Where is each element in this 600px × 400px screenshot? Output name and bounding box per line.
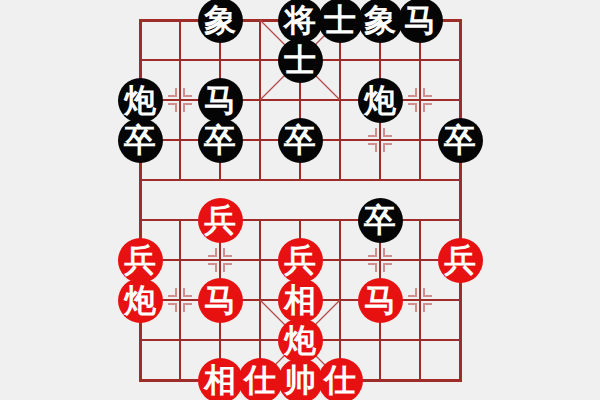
piece-black-elephant[interactable]: 象	[358, 0, 403, 43]
piece-red-advisor[interactable]: 仕	[238, 358, 283, 400]
piece-black-advisor[interactable]: 士	[318, 0, 363, 43]
piece-black-soldier[interactable]: 卒	[198, 118, 243, 163]
piece-red-horse[interactable]: 马	[358, 278, 403, 323]
piece-black-soldier[interactable]: 卒	[118, 118, 163, 163]
xiangqi-board[interactable]: 象将士象马士炮马炮卒卒卒卒卒兵兵兵兵炮马相马炮相仕帅仕	[120, 0, 480, 400]
piece-black-general[interactable]: 将	[278, 0, 323, 43]
piece-red-soldier[interactable]: 兵	[278, 238, 323, 283]
piece-red-soldier[interactable]: 兵	[118, 238, 163, 283]
piece-red-soldier[interactable]: 兵	[198, 198, 243, 243]
piece-black-cannon[interactable]: 炮	[358, 78, 403, 123]
piece-red-cannon[interactable]: 炮	[278, 318, 323, 363]
piece-red-elephant[interactable]: 相	[198, 358, 243, 400]
piece-black-horse[interactable]: 马	[198, 78, 243, 123]
piece-red-soldier[interactable]: 兵	[438, 238, 483, 283]
piece-red-advisor[interactable]: 仕	[318, 358, 363, 400]
piece-red-cannon[interactable]: 炮	[118, 278, 163, 323]
piece-red-horse[interactable]: 马	[198, 278, 243, 323]
piece-black-soldier[interactable]: 卒	[438, 118, 483, 163]
piece-black-advisor[interactable]: 士	[278, 38, 323, 83]
piece-red-elephant[interactable]: 相	[278, 278, 323, 323]
piece-red-general[interactable]: 帅	[278, 358, 323, 400]
piece-black-cannon[interactable]: 炮	[118, 78, 163, 123]
piece-black-soldier[interactable]: 卒	[358, 198, 403, 243]
xiangqi-app: 象将士象马士炮马炮卒卒卒卒卒兵兵兵兵炮马相马炮相仕帅仕	[0, 0, 600, 400]
piece-black-elephant[interactable]: 象	[198, 0, 243, 43]
piece-black-soldier[interactable]: 卒	[278, 118, 323, 163]
piece-black-horse[interactable]: 马	[398, 0, 443, 43]
